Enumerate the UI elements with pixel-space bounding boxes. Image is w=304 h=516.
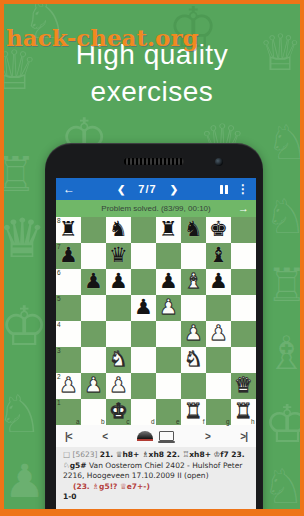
square-g3[interactable]: [206, 347, 231, 373]
square-f7[interactable]: [181, 243, 206, 269]
square-b3[interactable]: [81, 347, 106, 373]
square-h5[interactable]: [231, 295, 256, 321]
notation-panel: □ [5623] 21. ♕h8+ ♗xh8 22. ♖xh8+ ♔f7 23.…: [56, 447, 256, 516]
square-d6[interactable]: [131, 269, 156, 295]
square-e5[interactable]: ♟: [156, 295, 181, 321]
decorative-chess-glyph: ♘: [264, 192, 304, 240]
black-r-piece[interactable]: ♜: [56, 217, 81, 243]
square-e6[interactable]: ♟: [156, 269, 181, 295]
square-g8[interactable]: ♚: [206, 217, 231, 243]
app-screen: ← ❮ 7/7 ❯ ⋮ Problem solved. (83/99, 00:1…: [56, 178, 256, 516]
square-h4[interactable]: [231, 321, 256, 347]
square-d4[interactable]: [131, 321, 156, 347]
file-label: b: [101, 418, 105, 425]
decorative-chess-glyph: ♟: [4, 458, 45, 504]
square-g1[interactable]: g: [206, 399, 231, 425]
square-f4[interactable]: ♟: [181, 321, 206, 347]
square-h2[interactable]: ♛: [231, 373, 256, 399]
decorative-chess-glyph: ♛: [0, 212, 46, 266]
square-d5[interactable]: ♟: [131, 295, 156, 321]
black-p-piece[interactable]: ♟: [131, 295, 156, 321]
black-n-piece[interactable]: ♞: [106, 217, 131, 243]
square-d3[interactable]: [131, 347, 156, 373]
puzzle-counter: 7/7: [138, 183, 156, 195]
square-h6[interactable]: [231, 269, 256, 295]
app-toolbar: ← ❮ 7/7 ❯ ⋮: [56, 178, 256, 200]
square-d7[interactable]: [131, 243, 156, 269]
center-tools: [137, 431, 174, 441]
white-p-piece[interactable]: ♟: [56, 373, 81, 399]
square-d2[interactable]: [131, 373, 156, 399]
square-c2[interactable]: ♟: [106, 373, 131, 399]
square-a1[interactable]: 1a: [56, 399, 81, 425]
square-e4[interactable]: [156, 321, 181, 347]
square-f2[interactable]: [181, 373, 206, 399]
black-q-piece[interactable]: ♛: [106, 243, 131, 269]
square-b6[interactable]: ♟: [81, 269, 106, 295]
file-label: e: [176, 418, 180, 425]
square-a4[interactable]: 4: [56, 321, 81, 347]
square-g5[interactable]: [206, 295, 231, 321]
square-e1[interactable]: e: [156, 399, 181, 425]
white-q-piece[interactable]: ♛: [231, 373, 256, 399]
overflow-menu-icon[interactable]: ⋮: [237, 182, 249, 196]
variation-line[interactable]: (23. ♗g5!? ♕e7+-): [63, 482, 249, 493]
square-a6[interactable]: 6: [56, 269, 81, 295]
black-k-piece[interactable]: ♚: [206, 217, 231, 243]
black-p-piece[interactable]: ♟: [156, 269, 181, 295]
square-c7[interactable]: ♛: [106, 243, 131, 269]
black-p-piece[interactable]: ♟: [56, 243, 81, 269]
move-navigation-bar: |< < > >|: [56, 425, 256, 447]
square-f6[interactable]: ♝: [181, 269, 206, 295]
white-p-piece[interactable]: ♟: [206, 321, 231, 347]
square-b5[interactable]: [81, 295, 106, 321]
square-c3[interactable]: ♞: [106, 347, 131, 373]
white-n-piece[interactable]: ♞: [106, 347, 131, 373]
game-result: 1-0: [63, 492, 249, 503]
square-a8[interactable]: 8♜: [56, 217, 81, 243]
status-banner: Problem solved. (83/99, 00:10) →: [56, 200, 256, 217]
square-f1[interactable]: f♜: [181, 399, 206, 425]
white-p-piece[interactable]: ♟: [81, 373, 106, 399]
rank-label: 4: [57, 321, 61, 328]
prev-move-button[interactable]: <: [102, 431, 107, 442]
decorative-chess-glyph: ♘: [266, 118, 304, 166]
square-e8[interactable]: ♜: [156, 217, 181, 243]
white-r-piece[interactable]: ♜: [231, 399, 256, 425]
square-e3[interactable]: [156, 347, 181, 373]
square-c5[interactable]: [106, 295, 131, 321]
white-b-piece[interactable]: ♝: [181, 269, 206, 295]
square-g4[interactable]: ♟: [206, 321, 231, 347]
white-p-piece[interactable]: ♟: [181, 321, 206, 347]
next-arrow-icon[interactable]: →: [238, 200, 249, 217]
square-e7[interactable]: [156, 243, 181, 269]
computer-icon[interactable]: [159, 431, 174, 441]
pause-icon[interactable]: [220, 185, 228, 194]
prev-puzzle-icon[interactable]: ❮: [117, 184, 125, 195]
square-b4[interactable]: [81, 321, 106, 347]
next-puzzle-icon[interactable]: ❯: [170, 184, 178, 195]
puzzle-id: □ [5623]: [63, 450, 97, 459]
square-d1[interactable]: d: [131, 399, 156, 425]
rank-label: 6: [57, 269, 61, 276]
first-move-button[interactable]: |<: [65, 431, 72, 442]
white-r-piece[interactable]: ♜: [181, 399, 206, 425]
headline-line2: exercises: [0, 73, 304, 110]
white-k-piece[interactable]: ♚: [106, 399, 131, 425]
black-p-piece[interactable]: ♟: [81, 269, 106, 295]
decorative-chess-glyph: ♔: [0, 300, 48, 354]
decorative-chess-glyph: ♘: [0, 388, 43, 440]
decorative-chess-glyph: ♗: [266, 330, 304, 376]
square-c6[interactable]: ♟: [106, 269, 131, 295]
toolbar-actions: ⋮: [220, 182, 249, 196]
square-b1[interactable]: b: [81, 399, 106, 425]
status-text: Problem solved. (83/99, 00:10): [101, 204, 210, 213]
square-f8[interactable]: ♞: [181, 217, 206, 243]
black-p-piece[interactable]: ♟: [206, 269, 231, 295]
phone-speaker: [124, 158, 184, 165]
square-g7[interactable]: ♝: [206, 243, 231, 269]
phone-camera: [215, 158, 223, 166]
square-h8[interactable]: [231, 217, 256, 243]
white-p-piece[interactable]: ♟: [106, 373, 131, 399]
square-a5[interactable]: 5: [56, 295, 81, 321]
square-d8[interactable]: [131, 217, 156, 243]
rank-label: 5: [57, 295, 61, 302]
rank-label: 3: [57, 347, 61, 354]
watermark-text: hack-cheat.org: [6, 24, 199, 51]
decorative-chess-glyph: ♖: [266, 262, 304, 308]
black-b-piece[interactable]: ♝: [206, 243, 231, 269]
black-r-piece[interactable]: ♜: [156, 217, 181, 243]
engine-dome-icon[interactable]: [137, 431, 153, 441]
game-info: Van Oosterom Chiel 2402 - Hulshof Peter …: [63, 461, 242, 481]
chess-board[interactable]: 8♜♞♜♞♚7♟♛♝6♟♟♟♝♟5♟♟4♟♟3♞♞2♟♟♟♛1abc♚def♜g…: [56, 217, 256, 425]
promo-page: ♘♔♕♕♔♕♖♘♛♘♔♖♗♘♔♟♘ hack-cheat.org High qu…: [0, 0, 304, 516]
square-c4[interactable]: [106, 321, 131, 347]
square-e2[interactable]: [156, 373, 181, 399]
file-label: a: [76, 418, 80, 425]
black-n-piece[interactable]: ♞: [181, 217, 206, 243]
square-a7[interactable]: 7♟: [56, 243, 81, 269]
decorative-chess-glyph: ♔: [264, 398, 304, 450]
back-arrow-icon[interactable]: ←: [63, 182, 75, 196]
square-g6[interactable]: ♟: [206, 269, 231, 295]
square-a3[interactable]: 3: [56, 347, 81, 373]
square-g2[interactable]: [206, 373, 231, 399]
black-p-piece[interactable]: ♟: [106, 269, 131, 295]
square-c1[interactable]: c♚: [106, 399, 131, 425]
square-b7[interactable]: [81, 243, 106, 269]
square-f3[interactable]: ♞: [181, 347, 206, 373]
white-n-piece[interactable]: ♞: [181, 347, 206, 373]
square-f5[interactable]: [181, 295, 206, 321]
mainline-text: □ [5623] 21. ♕h8+ ♗xh8 22. ♖xh8+ ♔f7 23.…: [63, 450, 249, 482]
square-h1[interactable]: h♜: [231, 399, 256, 425]
puzzle-navigation: ❮ 7/7 ❯: [75, 183, 220, 195]
square-a2[interactable]: 2♟: [56, 373, 81, 399]
rank-label: 1: [57, 399, 61, 406]
next-move-button[interactable]: >: [205, 431, 210, 442]
decorative-chess-glyph: ♘: [262, 462, 304, 510]
square-b8[interactable]: [81, 217, 106, 243]
square-b2[interactable]: ♟: [81, 373, 106, 399]
square-h3[interactable]: [231, 347, 256, 373]
white-p-piece[interactable]: ♟: [156, 295, 181, 321]
file-label: d: [151, 418, 155, 425]
phone-mockup: ← ❮ 7/7 ❯ ⋮ Problem solved. (83/99, 00:1…: [45, 143, 263, 516]
decorative-chess-glyph: ♖: [0, 150, 37, 198]
file-label: g: [226, 418, 230, 425]
last-move-button[interactable]: >|: [240, 431, 247, 442]
square-h7[interactable]: [231, 243, 256, 269]
square-c8[interactable]: ♞: [106, 217, 131, 243]
